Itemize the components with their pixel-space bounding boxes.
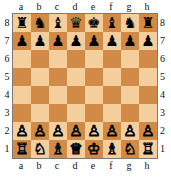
square-a4[interactable] <box>13 86 31 104</box>
piece-black-bishop-c8[interactable]: ♝ <box>51 14 64 32</box>
square-a1[interactable]: ♖ <box>13 140 31 158</box>
square-d4[interactable] <box>67 86 85 104</box>
rank-label-5: 5 <box>158 68 167 86</box>
file-label-d: d <box>66 1 84 13</box>
file-label-g: g <box>120 1 138 13</box>
piece-white-pawn-d2[interactable]: ♙ <box>69 122 82 140</box>
rank-label-1: 1 <box>158 140 167 158</box>
square-d2[interactable]: ♙ <box>67 122 85 140</box>
file-label-f: f <box>102 1 120 13</box>
square-b8[interactable]: ♞ <box>31 14 49 32</box>
square-f2[interactable]: ♙ <box>103 122 121 140</box>
square-b5[interactable] <box>31 68 49 86</box>
square-b7[interactable]: ♟ <box>31 32 49 50</box>
square-g1[interactable]: ♘ <box>121 140 139 158</box>
square-h7[interactable]: ♟ <box>139 32 157 50</box>
rank-label-4: 4 <box>2 86 12 104</box>
piece-white-pawn-h2[interactable]: ♙ <box>141 122 154 140</box>
square-a6[interactable] <box>13 50 31 68</box>
square-b4[interactable] <box>31 86 49 104</box>
piece-white-queen-d1[interactable]: ♕ <box>69 140 82 158</box>
square-a8[interactable]: ♜ <box>13 14 31 32</box>
square-a7[interactable]: ♟ <box>13 32 31 50</box>
piece-black-knight-b8[interactable]: ♞ <box>33 14 46 32</box>
square-c7[interactable]: ♟ <box>49 32 67 50</box>
file-label-d: d <box>66 160 84 174</box>
piece-white-pawn-c2[interactable]: ♙ <box>51 122 64 140</box>
square-g6[interactable] <box>121 50 139 68</box>
square-e6[interactable] <box>85 50 103 68</box>
square-d7[interactable]: ♟ <box>67 32 85 50</box>
square-c1[interactable]: ♗ <box>49 140 67 158</box>
square-e5[interactable] <box>85 68 103 86</box>
piece-black-pawn-d7[interactable]: ♟ <box>69 32 82 50</box>
square-e3[interactable] <box>85 104 103 122</box>
rank-label-4: 4 <box>158 86 167 104</box>
square-c4[interactable] <box>49 86 67 104</box>
file-label-c: c <box>48 1 66 13</box>
rank-label-3: 3 <box>2 104 12 122</box>
square-b6[interactable] <box>31 50 49 68</box>
square-h6[interactable] <box>139 50 157 68</box>
square-f8[interactable]: ♝ <box>103 14 121 32</box>
piece-white-rook-h1[interactable]: ♖ <box>141 140 154 158</box>
rank-label-1: 1 <box>2 140 12 158</box>
piece-black-queen-d8[interactable]: ♛ <box>69 14 82 32</box>
file-labels-top: abcdefgh <box>12 1 171 13</box>
square-h4[interactable] <box>139 86 157 104</box>
piece-black-pawn-h7[interactable]: ♟ <box>141 32 154 50</box>
piece-black-pawn-a7[interactable]: ♟ <box>15 32 28 50</box>
piece-black-pawn-b7[interactable]: ♟ <box>33 32 46 50</box>
rank-label-2: 2 <box>2 122 12 140</box>
square-f3[interactable] <box>103 104 121 122</box>
rank-label-3: 3 <box>158 104 167 122</box>
piece-black-pawn-g7[interactable]: ♟ <box>123 32 136 50</box>
piece-black-rook-h8[interactable]: ♜ <box>141 14 154 32</box>
square-e1[interactable]: ♔ <box>85 140 103 158</box>
square-h5[interactable] <box>139 68 157 86</box>
file-label-a: a <box>12 160 30 174</box>
square-a2[interactable]: ♙ <box>13 122 31 140</box>
square-c2[interactable]: ♙ <box>49 122 67 140</box>
square-b3[interactable] <box>31 104 49 122</box>
square-c8[interactable]: ♝ <box>49 14 67 32</box>
square-f7[interactable]: ♟ <box>103 32 121 50</box>
file-label-e: e <box>84 160 102 174</box>
rank-label-5: 5 <box>2 68 12 86</box>
piece-black-rook-a8[interactable]: ♜ <box>15 14 28 32</box>
square-h1[interactable]: ♖ <box>139 140 157 158</box>
piece-black-bishop-f8[interactable]: ♝ <box>105 14 118 32</box>
piece-white-king-e1[interactable]: ♔ <box>87 140 100 158</box>
file-label-b: b <box>30 160 48 174</box>
piece-white-pawn-f2[interactable]: ♙ <box>105 122 118 140</box>
rank-labels-left: 87654321 <box>2 14 12 158</box>
square-d1[interactable]: ♕ <box>67 140 85 158</box>
square-e8[interactable]: ♚ <box>85 14 103 32</box>
piece-white-knight-b1[interactable]: ♘ <box>33 140 46 158</box>
square-c3[interactable] <box>49 104 67 122</box>
square-a3[interactable] <box>13 104 31 122</box>
rank-label-6: 6 <box>158 50 167 68</box>
square-c5[interactable] <box>49 68 67 86</box>
square-g5[interactable] <box>121 68 139 86</box>
file-label-e: e <box>84 1 102 13</box>
square-e2[interactable]: ♙ <box>85 122 103 140</box>
square-f6[interactable] <box>103 50 121 68</box>
square-f5[interactable] <box>103 68 121 86</box>
rank-label-2: 2 <box>158 122 167 140</box>
square-b1[interactable]: ♘ <box>31 140 49 158</box>
piece-white-pawn-b2[interactable]: ♙ <box>33 122 46 140</box>
piece-white-rook-a1[interactable]: ♖ <box>15 140 28 158</box>
chess-board: ♜♞♝♛♚♝♞♜♟♟♟♟♟♟♟♟♙♙♙♙♙♙♙♙♖♘♗♕♔♗♘♖ <box>12 13 158 159</box>
piece-black-king-e8[interactable]: ♚ <box>87 14 100 32</box>
file-label-g: g <box>120 160 138 174</box>
file-label-f: f <box>102 160 120 174</box>
file-label-c: c <box>48 160 66 174</box>
square-f1[interactable]: ♗ <box>103 140 121 158</box>
square-c6[interactable] <box>49 50 67 68</box>
chess-diagram: abcdefgh 87654321 ♜♞♝♛♚♝♞♜♟♟♟♟♟♟♟♟♙♙♙♙♙♙… <box>0 0 171 174</box>
piece-white-knight-g1[interactable]: ♘ <box>123 140 136 158</box>
square-b2[interactable]: ♙ <box>31 122 49 140</box>
file-label-h: h <box>138 160 156 174</box>
rank-label-8: 8 <box>158 14 167 32</box>
square-a5[interactable] <box>13 68 31 86</box>
square-e7[interactable]: ♟ <box>85 32 103 50</box>
square-h8[interactable]: ♜ <box>139 14 157 32</box>
rank-label-8: 8 <box>2 14 12 32</box>
piece-white-pawn-e2[interactable]: ♙ <box>87 122 100 140</box>
square-g8[interactable]: ♞ <box>121 14 139 32</box>
square-d5[interactable] <box>67 68 85 86</box>
piece-white-pawn-a2[interactable]: ♙ <box>15 122 28 140</box>
square-h2[interactable]: ♙ <box>139 122 157 140</box>
rank-label-7: 7 <box>158 32 167 50</box>
rank-label-6: 6 <box>2 50 12 68</box>
square-g2[interactable]: ♙ <box>121 122 139 140</box>
square-d8[interactable]: ♛ <box>67 14 85 32</box>
piece-black-pawn-e7[interactable]: ♟ <box>87 32 100 50</box>
rank-label-7: 7 <box>2 32 12 50</box>
square-g7[interactable]: ♟ <box>121 32 139 50</box>
square-f4[interactable] <box>103 86 121 104</box>
piece-white-pawn-g2[interactable]: ♙ <box>123 122 136 140</box>
square-d6[interactable] <box>67 50 85 68</box>
square-e4[interactable] <box>85 86 103 104</box>
square-g4[interactable] <box>121 86 139 104</box>
square-g3[interactable] <box>121 104 139 122</box>
file-label-h: h <box>138 1 156 13</box>
square-d3[interactable] <box>67 104 85 122</box>
file-label-b: b <box>30 1 48 13</box>
piece-black-pawn-f7[interactable]: ♟ <box>105 32 118 50</box>
file-labels-bottom: abcdefgh <box>12 160 171 174</box>
piece-white-bishop-c1[interactable]: ♗ <box>51 140 64 158</box>
rank-labels-right: 87654321 <box>158 14 167 158</box>
file-label-a: a <box>12 1 30 13</box>
piece-black-pawn-c7[interactable]: ♟ <box>51 32 64 50</box>
piece-white-bishop-f1[interactable]: ♗ <box>105 140 118 158</box>
square-h3[interactable] <box>139 104 157 122</box>
piece-black-knight-g8[interactable]: ♞ <box>123 14 136 32</box>
